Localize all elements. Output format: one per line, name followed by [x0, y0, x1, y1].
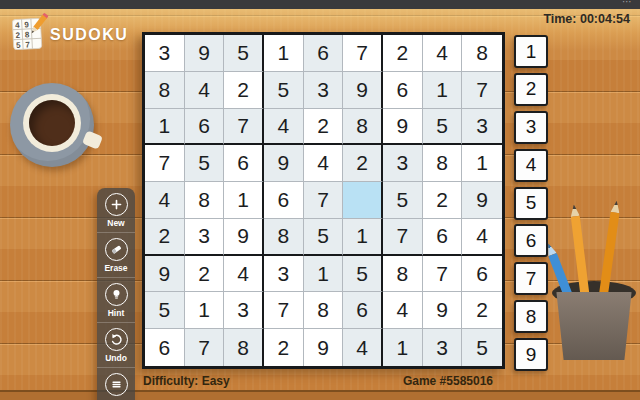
menu-icon [105, 373, 128, 396]
app-window: ⋯ 492857 SUDOKU Time: 00:04:54 NewEraseH… [0, 0, 640, 400]
cell-r8c5[interactable]: 8 [304, 292, 344, 329]
cell-r2c1[interactable]: 8 [145, 72, 185, 109]
cell-r5c2[interactable]: 8 [185, 182, 225, 219]
cell-r5c5[interactable]: 7 [304, 182, 344, 219]
tool-undo-button[interactable]: Undo [97, 322, 135, 367]
sudoku-logo-icon: 492857 [10, 12, 50, 54]
cell-r6c5[interactable]: 5 [304, 219, 344, 256]
cell-r5c1[interactable]: 4 [145, 182, 185, 219]
cell-r5c3[interactable]: 1 [224, 182, 264, 219]
cell-r4c7[interactable]: 3 [383, 145, 423, 182]
numpad-5[interactable]: 5 [514, 187, 548, 220]
cell-r1c6[interactable]: 7 [343, 35, 383, 72]
cell-r8c6[interactable]: 6 [343, 292, 383, 329]
plus-icon [105, 193, 128, 216]
tool-menu-button[interactable]: Menu [97, 367, 135, 400]
cell-r9c2[interactable]: 7 [185, 329, 225, 366]
cell-r7c8[interactable]: 7 [423, 256, 463, 293]
cell-r7c3[interactable]: 4 [224, 256, 264, 293]
cell-r7c7[interactable]: 8 [383, 256, 423, 293]
lightbulb-icon [105, 283, 128, 306]
cell-r4c3[interactable]: 6 [224, 145, 264, 182]
coffee-liquid [29, 100, 75, 146]
cell-r5c7[interactable]: 5 [383, 182, 423, 219]
cell-r5c4[interactable]: 6 [264, 182, 304, 219]
cell-r9c8[interactable]: 3 [423, 329, 463, 366]
cell-r9c3[interactable]: 8 [224, 329, 264, 366]
cell-r2c2[interactable]: 4 [185, 72, 225, 109]
numpad-6[interactable]: 6 [514, 224, 548, 257]
cell-r3c1[interactable]: 1 [145, 109, 185, 146]
cell-r4c1[interactable]: 7 [145, 145, 185, 182]
window-menu-dots-icon[interactable]: ⋯ [622, 0, 633, 7]
cell-r9c4[interactable]: 2 [264, 329, 304, 366]
cell-r9c9[interactable]: 5 [462, 329, 502, 366]
cell-r8c8[interactable]: 9 [423, 292, 463, 329]
cell-r3c4[interactable]: 4 [264, 109, 304, 146]
cell-r1c5[interactable]: 6 [304, 35, 344, 72]
cell-r4c2[interactable]: 5 [185, 145, 225, 182]
cell-r1c3[interactable]: 5 [224, 35, 264, 72]
eraser-icon [105, 238, 128, 261]
numpad-4[interactable]: 4 [514, 149, 548, 182]
cell-r8c7[interactable]: 4 [383, 292, 423, 329]
tool-new-button[interactable]: New [97, 188, 135, 232]
app-title: SUDOKU [50, 26, 128, 44]
numpad-8[interactable]: 8 [514, 300, 548, 333]
cell-r6c4[interactable]: 8 [264, 219, 304, 256]
cell-r4c8[interactable]: 8 [423, 145, 463, 182]
cell-r7c2[interactable]: 2 [185, 256, 225, 293]
action-toolbar: NewEraseHintUndoMenu [97, 188, 135, 400]
tool-hint-button[interactable]: Hint [97, 277, 135, 322]
cell-r3c7[interactable]: 9 [383, 109, 423, 146]
cell-r8c9[interactable]: 2 [462, 292, 502, 329]
cell-r2c9[interactable]: 7 [462, 72, 502, 109]
cell-r2c8[interactable]: 1 [423, 72, 463, 109]
cell-r1c7[interactable]: 2 [383, 35, 423, 72]
cell-r9c5[interactable]: 9 [304, 329, 344, 366]
cell-r7c9[interactable]: 6 [462, 256, 502, 293]
cell-r5c9[interactable]: 9 [462, 182, 502, 219]
cell-r6c1[interactable]: 2 [145, 219, 185, 256]
tool-erase-label: Erase [104, 263, 127, 273]
cell-r8c2[interactable]: 1 [185, 292, 225, 329]
cell-r6c9[interactable]: 4 [462, 219, 502, 256]
cell-r2c5[interactable]: 3 [304, 72, 344, 109]
cell-r1c2[interactable]: 9 [185, 35, 225, 72]
browser-titlebar: ⋯ [0, 0, 640, 9]
cell-r6c6[interactable]: 1 [343, 219, 383, 256]
cell-r2c3[interactable]: 2 [224, 72, 264, 109]
game-number-label: Game #5585016 [403, 374, 493, 388]
cell-r4c5[interactable]: 4 [304, 145, 344, 182]
cell-r2c4[interactable]: 5 [264, 72, 304, 109]
numpad-2[interactable]: 2 [514, 73, 548, 106]
cell-r7c4[interactable]: 3 [264, 256, 304, 293]
cell-r6c3[interactable]: 9 [224, 219, 264, 256]
numpad-9[interactable]: 9 [514, 338, 548, 371]
cell-r2c6[interactable]: 9 [343, 72, 383, 109]
numpad-7[interactable]: 7 [514, 262, 548, 295]
cell-r1c8[interactable]: 4 [423, 35, 463, 72]
cell-r6c7[interactable]: 7 [383, 219, 423, 256]
cell-r3c6[interactable]: 8 [343, 109, 383, 146]
cell-r9c6[interactable]: 4 [343, 329, 383, 366]
difficulty-label: Difficulty: Easy [143, 374, 230, 388]
cell-r7c6[interactable]: 5 [343, 256, 383, 293]
cell-r4c9[interactable]: 1 [462, 145, 502, 182]
cell-r9c1[interactable]: 6 [145, 329, 185, 366]
cell-r4c4[interactable]: 9 [264, 145, 304, 182]
tool-undo-label: Undo [105, 353, 127, 363]
cell-r2c7[interactable]: 6 [383, 72, 423, 109]
numpad-1[interactable]: 1 [514, 35, 548, 68]
cell-r8c4[interactable]: 7 [264, 292, 304, 329]
cell-r5c6[interactable] [343, 182, 383, 219]
number-palette: 123456789 [514, 35, 548, 371]
cell-r6c2[interactable]: 3 [185, 219, 225, 256]
cell-r3c3[interactable]: 7 [224, 109, 264, 146]
desk-bottom-edge [0, 390, 640, 400]
tool-new-label: New [107, 218, 124, 228]
undo-icon [105, 328, 128, 351]
cell-r9c7[interactable]: 1 [383, 329, 423, 366]
cell-r3c5[interactable]: 2 [304, 109, 344, 146]
cell-r3c2[interactable]: 6 [185, 109, 225, 146]
cell-r1c1[interactable]: 3 [145, 35, 185, 72]
cell-r1c9[interactable]: 8 [462, 35, 502, 72]
cell-r3c9[interactable]: 3 [462, 109, 502, 146]
pencil-cup [554, 292, 634, 362]
cell-r6c8[interactable]: 6 [423, 219, 463, 256]
game-timer: Time: 00:04:54 [543, 12, 630, 26]
numpad-3[interactable]: 3 [514, 111, 548, 144]
cell-r5c8[interactable]: 2 [423, 182, 463, 219]
tool-hint-label: Hint [108, 308, 125, 318]
cell-r3c8[interactable]: 5 [423, 109, 463, 146]
cell-r7c5[interactable]: 1 [304, 256, 344, 293]
cell-r4c6[interactable]: 2 [343, 145, 383, 182]
cell-r7c1[interactable]: 9 [145, 256, 185, 293]
cell-r1c4[interactable]: 1 [264, 35, 304, 72]
sudoku-board: 3951672488425396171674289537569423814816… [142, 32, 505, 369]
cell-r8c1[interactable]: 5 [145, 292, 185, 329]
tool-erase-button[interactable]: Erase [97, 232, 135, 277]
cell-r8c3[interactable]: 3 [224, 292, 264, 329]
